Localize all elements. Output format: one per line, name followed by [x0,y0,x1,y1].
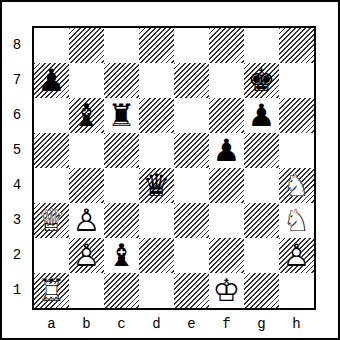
square-h3[interactable]: ♞♘ [279,203,314,238]
square-a1[interactable]: ♜♖ [34,273,69,308]
square-d8[interactable] [139,28,174,63]
square-g8[interactable] [244,28,279,63]
square-b4[interactable] [69,168,104,203]
square-a3[interactable]: ♛♕ [34,203,69,238]
piece-white-rook: ♜♖ [34,273,69,308]
square-g6[interactable]: ♟ [244,98,279,133]
square-e8[interactable] [174,28,209,63]
square-f4[interactable] [209,168,244,203]
square-a8[interactable] [34,28,69,63]
square-f1[interactable]: ♚♔ [209,273,244,308]
piece-black-pawn: ♟ [244,98,279,133]
square-d6[interactable] [139,98,174,133]
rank-label-8: 8 [2,28,32,63]
square-c5[interactable] [104,133,139,168]
rank-label-1: 1 [2,273,32,308]
square-c3[interactable] [104,203,139,238]
rank-label-6: 6 [2,98,32,133]
square-h6[interactable] [279,98,314,133]
square-a2[interactable] [34,238,69,273]
square-a5[interactable] [34,133,69,168]
square-d5[interactable] [139,133,174,168]
square-e5[interactable] [174,133,209,168]
square-b2[interactable]: ♟♙ [69,238,104,273]
file-label-h: h [279,314,314,334]
square-h7[interactable] [279,63,314,98]
square-f3[interactable] [209,203,244,238]
square-e6[interactable] [174,98,209,133]
board-frame: ♟♚♝♜♟♟♛♞♘♛♕♟♙♞♘♟♙♝♟♙♜♖♚♔ [32,26,316,310]
file-label-d: d [139,314,174,334]
piece-white-pawn: ♟♙ [279,238,314,273]
rank-labels: 87654321 [2,28,32,308]
piece-black-pawn: ♟ [34,63,69,98]
file-label-f: f [209,314,244,334]
square-c4[interactable] [104,168,139,203]
chess-diagram: 87654321 ♟♚♝♜♟♟♛♞♘♛♕♟♙♞♘♟♙♝♟♙♜♖♚♔ abcdef… [0,0,340,340]
file-label-e: e [174,314,209,334]
square-a6[interactable] [34,98,69,133]
square-g5[interactable] [244,133,279,168]
square-h2[interactable]: ♟♙ [279,238,314,273]
square-e4[interactable] [174,168,209,203]
piece-black-bishop: ♝ [104,238,139,273]
piece-white-king: ♚♔ [209,273,244,308]
square-e2[interactable] [174,238,209,273]
square-f6[interactable] [209,98,244,133]
square-f8[interactable] [209,28,244,63]
square-g2[interactable] [244,238,279,273]
square-c6[interactable]: ♜ [104,98,139,133]
file-label-b: b [69,314,104,334]
file-label-c: c [104,314,139,334]
square-b8[interactable] [69,28,104,63]
square-c8[interactable] [104,28,139,63]
file-labels: abcdefgh [34,314,314,334]
piece-white-pawn: ♟♙ [69,238,104,273]
rank-label-5: 5 [2,133,32,168]
piece-black-rook: ♜ [104,98,139,133]
square-h5[interactable] [279,133,314,168]
rank-label-7: 7 [2,63,32,98]
square-h8[interactable] [279,28,314,63]
square-d3[interactable] [139,203,174,238]
square-e7[interactable] [174,63,209,98]
square-h1[interactable] [279,273,314,308]
square-g3[interactable] [244,203,279,238]
piece-white-knight: ♞♘ [279,168,314,203]
rank-label-2: 2 [2,238,32,273]
square-a7[interactable]: ♟ [34,63,69,98]
square-e1[interactable] [174,273,209,308]
piece-white-pawn: ♟♙ [69,203,104,238]
rank-label-3: 3 [2,203,32,238]
file-label-g: g [244,314,279,334]
square-e3[interactable] [174,203,209,238]
square-h4[interactable]: ♞♘ [279,168,314,203]
piece-black-bishop: ♝ [69,98,104,133]
square-b6[interactable]: ♝ [69,98,104,133]
rank-label-4: 4 [2,168,32,203]
square-b7[interactable] [69,63,104,98]
file-label-a: a [34,314,69,334]
square-f2[interactable] [209,238,244,273]
square-g1[interactable] [244,273,279,308]
square-c2[interactable]: ♝ [104,238,139,273]
square-f5[interactable]: ♟ [209,133,244,168]
square-b1[interactable] [69,273,104,308]
square-f7[interactable] [209,63,244,98]
square-a4[interactable] [34,168,69,203]
square-d1[interactable] [139,273,174,308]
square-c7[interactable] [104,63,139,98]
square-g7[interactable]: ♚ [244,63,279,98]
piece-white-knight: ♞♘ [279,203,314,238]
square-b3[interactable]: ♟♙ [69,203,104,238]
chess-board: ♟♚♝♜♟♟♛♞♘♛♕♟♙♞♘♟♙♝♟♙♜♖♚♔ [34,28,314,308]
piece-black-queen: ♛ [139,168,174,203]
square-d7[interactable] [139,63,174,98]
square-d2[interactable] [139,238,174,273]
square-c1[interactable] [104,273,139,308]
square-g4[interactable] [244,168,279,203]
piece-black-king: ♚ [244,63,279,98]
square-b5[interactable] [69,133,104,168]
piece-white-queen: ♛♕ [34,203,69,238]
piece-black-pawn: ♟ [209,133,244,168]
square-d4[interactable]: ♛ [139,168,174,203]
